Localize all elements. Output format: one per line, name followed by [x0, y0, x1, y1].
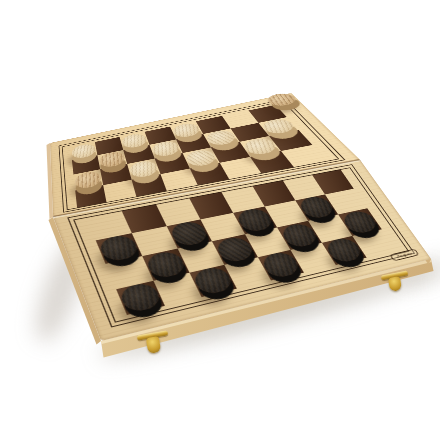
clasp-knob — [388, 276, 402, 292]
scene: Jeujura — [0, 0, 440, 440]
clasp-knob — [146, 336, 161, 354]
